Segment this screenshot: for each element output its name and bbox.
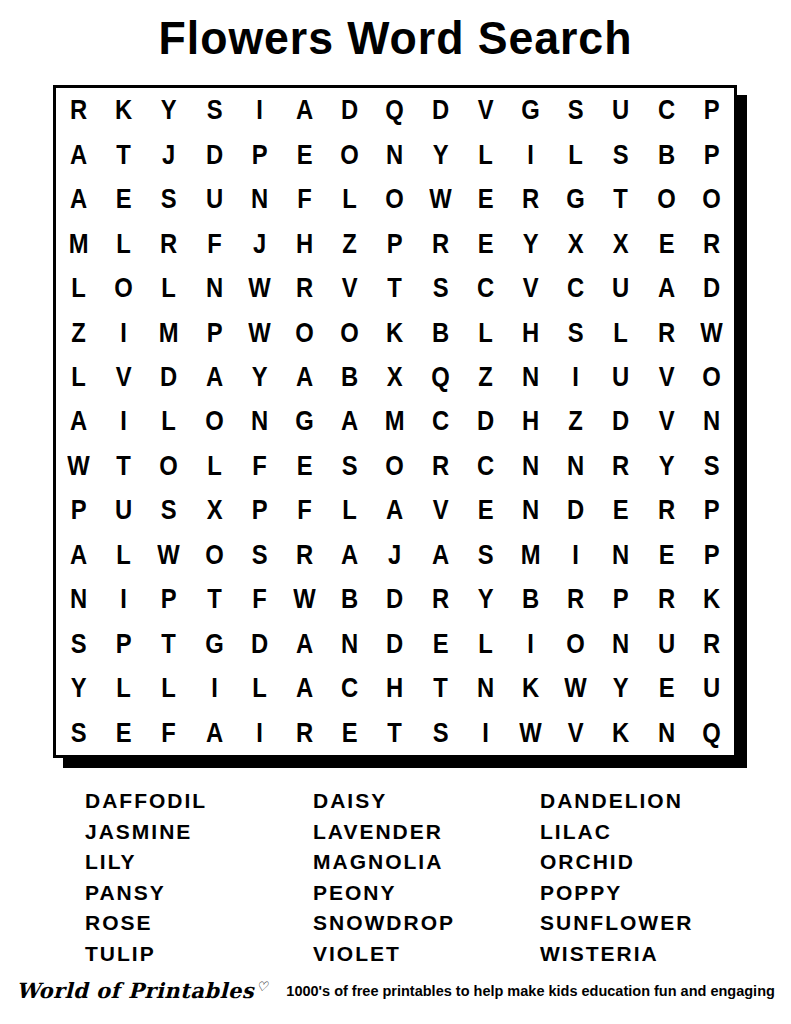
word-list-column-1: DAFFODILJASMINELILYPANSYROSETULIP — [85, 786, 313, 969]
grid-cell[interactable]: R — [602, 444, 640, 488]
grid-cell[interactable]: Q — [692, 711, 730, 755]
grid-cell[interactable]: G — [511, 88, 549, 132]
grid-cell[interactable]: V — [331, 266, 369, 310]
grid-cell[interactable]: L — [331, 177, 369, 221]
word-list-item: PANSY — [85, 878, 313, 909]
grid-cell[interactable]: A — [376, 488, 414, 532]
grid-cell[interactable]: S — [557, 310, 595, 354]
grid-cell[interactable]: P — [692, 488, 730, 532]
grid-cell[interactable]: Y — [466, 577, 504, 621]
grid-cell[interactable]: P — [59, 488, 97, 532]
word-list-item: POPPY — [540, 878, 693, 909]
grid-cell[interactable]: E — [331, 711, 369, 755]
grid-cell[interactable]: A — [331, 533, 369, 577]
grid-cell[interactable]: J — [150, 132, 188, 176]
grid-cell[interactable]: F — [285, 177, 323, 221]
grid-cell[interactable]: C — [466, 266, 504, 310]
grid-cell[interactable]: T — [376, 711, 414, 755]
word-list-item: DANDELION — [540, 786, 693, 817]
grid-cell[interactable]: A — [59, 177, 97, 221]
grid-cell[interactable]: N — [240, 177, 278, 221]
grid-cell[interactable]: Y — [150, 88, 188, 132]
grid-cell[interactable]: I — [195, 666, 233, 710]
grid-cell[interactable]: N — [647, 711, 685, 755]
grid-cell[interactable]: S — [331, 444, 369, 488]
word-list-column-2: DAISYLAVENDERMAGNOLIAPEONYSNOWDROPVIOLET — [313, 786, 540, 969]
grid-cell[interactable]: E — [602, 488, 640, 532]
grid-cell[interactable]: O — [195, 399, 233, 443]
word-list-item: VIOLET — [313, 939, 540, 970]
grid-cell[interactable]: E — [466, 221, 504, 265]
grid-cell[interactable]: W — [511, 711, 549, 755]
grid-cell[interactable]: V — [647, 355, 685, 399]
grid-cell[interactable]: V — [421, 488, 459, 532]
grid-cell[interactable]: I — [105, 577, 143, 621]
grid-cell[interactable]: P — [692, 132, 730, 176]
grid-cell[interactable]: N — [511, 355, 549, 399]
grid-cell[interactable]: U — [105, 488, 143, 532]
word-list-item: SNOWDROP — [313, 908, 540, 939]
grid-cell[interactable]: Z — [59, 310, 97, 354]
grid-cell[interactable]: P — [240, 132, 278, 176]
grid-cell[interactable]: D — [150, 355, 188, 399]
grid-cell[interactable]: A — [285, 622, 323, 666]
grid-cell[interactable]: E — [647, 666, 685, 710]
grid-cell[interactable]: A — [195, 711, 233, 755]
grid-cell[interactable]: Y — [240, 355, 278, 399]
grid-cell[interactable]: I — [466, 711, 504, 755]
grid-cell[interactable]: R — [421, 577, 459, 621]
grid-cell[interactable]: J — [240, 221, 278, 265]
grid-cell[interactable]: N — [511, 488, 549, 532]
grid-cell[interactable]: Y — [602, 666, 640, 710]
grid-cell[interactable]: N — [511, 444, 549, 488]
grid-cell[interactable]: E — [285, 132, 323, 176]
word-list-item: MAGNOLIA — [313, 847, 540, 878]
grid-cell[interactable]: S — [150, 488, 188, 532]
word-list-item: SUNFLOWER — [540, 908, 693, 939]
word-list-item: DAFFODIL — [85, 786, 313, 817]
grid-cell[interactable]: S — [602, 132, 640, 176]
grid-cell[interactable]: S — [692, 444, 730, 488]
grid-cell[interactable]: I — [105, 399, 143, 443]
grid-cell[interactable]: K — [511, 666, 549, 710]
grid-cell[interactable]: L — [602, 310, 640, 354]
grid-cell[interactable]: O — [692, 177, 730, 221]
grid-cell[interactable]: C — [647, 88, 685, 132]
grid-cell[interactable]: L — [466, 622, 504, 666]
grid-cell[interactable]: L — [240, 666, 278, 710]
grid-cell[interactable]: R — [285, 711, 323, 755]
grid-cell[interactable]: D — [376, 622, 414, 666]
grid-cell[interactable]: U — [602, 88, 640, 132]
word-list-item: LAVENDER — [313, 817, 540, 848]
grid-cell[interactable]: T — [376, 266, 414, 310]
grid-cell[interactable]: R — [59, 88, 97, 132]
grid-cell[interactable]: O — [376, 177, 414, 221]
word-list-item: WISTERIA — [540, 939, 693, 970]
grid-cell[interactable]: W — [285, 577, 323, 621]
grid-cell[interactable]: D — [195, 132, 233, 176]
grid-cell[interactable]: V — [466, 88, 504, 132]
grid-cell[interactable]: L — [105, 221, 143, 265]
grid-cell[interactable]: C — [331, 666, 369, 710]
grid-cell[interactable]: P — [240, 488, 278, 532]
grid-cell[interactable]: R — [647, 310, 685, 354]
grid-cell[interactable]: O — [150, 444, 188, 488]
grid-cell[interactable]: W — [150, 533, 188, 577]
grid-cell[interactable]: W — [240, 310, 278, 354]
grid-cell[interactable]: L — [105, 533, 143, 577]
grid-cell[interactable]: P — [692, 533, 730, 577]
grid-cell[interactable]: D — [376, 577, 414, 621]
grid-cell[interactable]: T — [105, 132, 143, 176]
grid-cell[interactable]: L — [150, 399, 188, 443]
page-title: Flowers Word Search — [20, 10, 771, 65]
grid-cell[interactable]: P — [602, 577, 640, 621]
word-list-item: JASMINE — [85, 817, 313, 848]
grid-cell[interactable]: M — [376, 399, 414, 443]
grid-cell[interactable]: F — [195, 221, 233, 265]
grid-cell[interactable]: N — [376, 132, 414, 176]
grid-cell[interactable]: B — [647, 132, 685, 176]
grid-cell[interactable]: S — [150, 177, 188, 221]
grid-cell[interactable]: R — [421, 444, 459, 488]
grid-cell[interactable]: T — [421, 666, 459, 710]
grid-cell[interactable]: E — [466, 488, 504, 532]
grid-cell[interactable]: R — [511, 177, 549, 221]
word-list: DAFFODILJASMINELILYPANSYROSETULIP DAISYL… — [85, 786, 693, 969]
grid-cell[interactable]: S — [59, 711, 97, 755]
grid-cell[interactable]: K — [376, 310, 414, 354]
grid-cell[interactable]: L — [59, 355, 97, 399]
grid-cell[interactable]: D — [421, 88, 459, 132]
grid-cell[interactable]: C — [466, 444, 504, 488]
grid-cell[interactable]: V — [511, 266, 549, 310]
grid-cell[interactable]: S — [421, 711, 459, 755]
heart-icon: ♡ — [256, 979, 268, 994]
grid-cell[interactable]: F — [240, 577, 278, 621]
grid-cell[interactable]: J — [376, 533, 414, 577]
grid-cell[interactable]: Q — [376, 88, 414, 132]
grid-cell[interactable]: Z — [331, 221, 369, 265]
grid-cell[interactable]: N — [602, 622, 640, 666]
grid-cell[interactable]: N — [195, 266, 233, 310]
grid-cell[interactable]: A — [195, 355, 233, 399]
grid-cell[interactable]: V — [557, 711, 595, 755]
grid-cell[interactable]: D — [466, 399, 504, 443]
grid-cell[interactable]: T — [105, 444, 143, 488]
grid-cell[interactable]: A — [59, 132, 97, 176]
word-list-item: ROSE — [85, 908, 313, 939]
grid-cell[interactable]: L — [150, 266, 188, 310]
grid-cell[interactable]: L — [331, 488, 369, 532]
grid-cell[interactable]: O — [105, 266, 143, 310]
footer: World of Printables♡ 1000's of free prin… — [0, 978, 791, 1003]
word-list-item: TULIP — [85, 939, 313, 970]
grid-cell[interactable]: I — [240, 88, 278, 132]
grid-cell[interactable]: M — [511, 533, 549, 577]
grid-cell[interactable]: L — [195, 444, 233, 488]
word-list-column-3: DANDELIONLILACORCHIDPOPPYSUNFLOWERWISTER… — [540, 786, 693, 969]
grid-cell[interactable]: O — [331, 310, 369, 354]
grid-cell[interactable]: W — [557, 666, 595, 710]
grid-cell[interactable]: N — [466, 666, 504, 710]
grid-cell[interactable]: K — [602, 711, 640, 755]
grid-cell[interactable]: O — [331, 132, 369, 176]
grid-cell[interactable]: I — [511, 622, 549, 666]
grid-cell[interactable]: V — [105, 355, 143, 399]
grid-cell[interactable]: F — [285, 488, 323, 532]
grid-cell[interactable]: O — [692, 355, 730, 399]
grid-cell[interactable]: H — [376, 666, 414, 710]
grid-cell[interactable]: D — [557, 488, 595, 532]
grid-cell[interactable]: N — [557, 444, 595, 488]
grid-cell[interactable]: P — [195, 310, 233, 354]
grid-cell[interactable]: Y — [511, 221, 549, 265]
grid-cell[interactable]: W — [421, 177, 459, 221]
grid-cell[interactable]: R — [692, 622, 730, 666]
word-list-item: PEONY — [313, 878, 540, 909]
grid-cell[interactable]: P — [105, 622, 143, 666]
grid-cell[interactable]: Y — [421, 132, 459, 176]
grid-cell[interactable]: K — [105, 88, 143, 132]
grid-cell[interactable]: E — [105, 711, 143, 755]
grid-cell[interactable]: C — [557, 266, 595, 310]
grid-cell[interactable]: R — [557, 577, 595, 621]
grid-cell[interactable]: L — [557, 132, 595, 176]
grid-cell[interactable]: M — [150, 310, 188, 354]
grid-cell[interactable]: H — [285, 221, 323, 265]
grid-cell[interactable]: H — [511, 310, 549, 354]
grid-cell[interactable]: O — [376, 444, 414, 488]
grid-cell[interactable]: Z — [557, 399, 595, 443]
grid-cell[interactable]: A — [285, 88, 323, 132]
grid-cell[interactable]: I — [105, 310, 143, 354]
grid-cell[interactable]: U — [647, 622, 685, 666]
grid-cell[interactable]: Y — [647, 444, 685, 488]
grid-cell[interactable]: U — [602, 266, 640, 310]
grid-cell[interactable]: P — [150, 577, 188, 621]
grid-cell[interactable]: I — [557, 533, 595, 577]
grid-cell[interactable]: P — [376, 221, 414, 265]
word-list-item: DAISY — [313, 786, 540, 817]
grid-cell[interactable]: U — [195, 177, 233, 221]
grid-cell[interactable]: R — [647, 488, 685, 532]
grid-cell[interactable]: R — [150, 221, 188, 265]
grid-cell[interactable]: S — [557, 88, 595, 132]
grid-cell[interactable]: N — [59, 577, 97, 621]
word-list-item: LILAC — [540, 817, 693, 848]
grid-cell[interactable]: O — [647, 177, 685, 221]
grid-cell[interactable]: N — [602, 533, 640, 577]
grid-cell[interactable]: O — [195, 533, 233, 577]
grid-cell[interactable]: T — [602, 177, 640, 221]
grid-cell[interactable]: U — [692, 666, 730, 710]
grid-cell[interactable]: O — [285, 310, 323, 354]
grid-cell[interactable]: D — [602, 399, 640, 443]
grid-cell[interactable]: B — [331, 577, 369, 621]
grid-cell[interactable]: E — [105, 177, 143, 221]
grid-cell[interactable]: S — [240, 533, 278, 577]
grid-cell[interactable]: A — [59, 533, 97, 577]
grid-cell[interactable]: L — [466, 132, 504, 176]
word-list-item: ORCHID — [540, 847, 693, 878]
grid-cell[interactable]: R — [421, 221, 459, 265]
grid-cell[interactable]: W — [59, 444, 97, 488]
grid-cell[interactable]: S — [59, 622, 97, 666]
grid-cell[interactable]: D — [240, 622, 278, 666]
grid-cell[interactable]: G — [195, 622, 233, 666]
grid-cell[interactable]: K — [692, 577, 730, 621]
grid-cell[interactable]: Z — [466, 355, 504, 399]
grid-cell[interactable]: B — [511, 577, 549, 621]
grid-cell[interactable]: T — [195, 577, 233, 621]
grid-cell[interactable]: L — [105, 666, 143, 710]
grid-cell[interactable]: V — [647, 399, 685, 443]
grid-cell[interactable]: A — [331, 399, 369, 443]
grid-cell[interactable]: U — [602, 355, 640, 399]
grid-cell[interactable]: E — [647, 533, 685, 577]
grid-cell[interactable]: Q — [421, 355, 459, 399]
grid-cell[interactable]: D — [331, 88, 369, 132]
grid-cell[interactable]: I — [511, 132, 549, 176]
grid-cell[interactable]: W — [240, 266, 278, 310]
grid-cell[interactable]: I — [557, 355, 595, 399]
grid-cell[interactable]: X — [195, 488, 233, 532]
grid-cell[interactable]: F — [240, 444, 278, 488]
word-search-grid: RKYSIADQDVGSUCPATJDPEONYLILSBPAESUNFLOWE… — [53, 85, 737, 758]
grid-cell[interactable]: S — [421, 266, 459, 310]
grid-cell[interactable]: G — [557, 177, 595, 221]
grid-cell[interactable]: B — [421, 310, 459, 354]
grid-cell[interactable]: S — [466, 533, 504, 577]
grid-cell[interactable]: X — [557, 221, 595, 265]
grid-cell[interactable]: E — [647, 221, 685, 265]
grid-cell[interactable]: H — [511, 399, 549, 443]
grid-cell[interactable]: S — [195, 88, 233, 132]
grid-cell[interactable]: A — [285, 355, 323, 399]
grid-cell[interactable]: L — [466, 310, 504, 354]
grid-cell[interactable]: A — [59, 399, 97, 443]
grid-cell[interactable]: R — [647, 577, 685, 621]
grid-cell[interactable]: A — [285, 666, 323, 710]
brand-name: World of Printables — [16, 978, 254, 1003]
grid-cell[interactable]: R — [692, 221, 730, 265]
grid-cell[interactable]: W — [692, 310, 730, 354]
grid-cell[interactable]: G — [285, 399, 323, 443]
grid-cell[interactable]: A — [647, 266, 685, 310]
grid-cell[interactable]: O — [557, 622, 595, 666]
grid-cell[interactable]: X — [602, 221, 640, 265]
grid-cell[interactable]: R — [285, 533, 323, 577]
grid-cell[interactable]: P — [692, 88, 730, 132]
grid-cell[interactable]: D — [692, 266, 730, 310]
grid-cell[interactable]: E — [285, 444, 323, 488]
grid-cell[interactable]: R — [285, 266, 323, 310]
grid-cell[interactable]: X — [376, 355, 414, 399]
grid-cell[interactable]: A — [421, 533, 459, 577]
grid-cell[interactable]: L — [59, 266, 97, 310]
grid-cell[interactable]: T — [150, 622, 188, 666]
grid-cell[interactable]: E — [421, 622, 459, 666]
footer-tagline: 1000's of free printables to help make k… — [286, 983, 775, 999]
grid-cell[interactable]: N — [692, 399, 730, 443]
grid-cell[interactable]: E — [466, 177, 504, 221]
grid-cell[interactable]: I — [240, 711, 278, 755]
grid-cell[interactable]: C — [421, 399, 459, 443]
grid-cell[interactable]: B — [331, 355, 369, 399]
grid-cell[interactable]: M — [59, 221, 97, 265]
brand-logo: World of Printables♡ — [16, 978, 268, 1003]
word-list-item: LILY — [85, 847, 313, 878]
grid-cell[interactable]: N — [331, 622, 369, 666]
grid-cell[interactable]: F — [150, 711, 188, 755]
grid-cell[interactable]: L — [150, 666, 188, 710]
grid-cell[interactable]: Y — [59, 666, 97, 710]
grid-cell[interactable]: N — [240, 399, 278, 443]
